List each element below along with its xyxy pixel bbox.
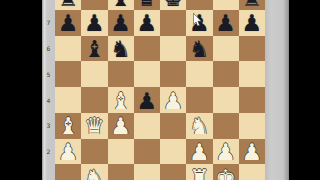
square-b4[interactable]	[81, 87, 107, 113]
square-d2[interactable]	[134, 139, 160, 165]
piece-white-bishop[interactable]: ♝	[58, 115, 79, 138]
piece-black-pawn[interactable]: ♟	[215, 12, 236, 35]
piece-white-bishop[interactable]: ♝	[110, 89, 131, 112]
square-g1[interactable]: ♚	[213, 164, 239, 180]
square-d1[interactable]	[134, 164, 160, 180]
square-e6[interactable]	[160, 36, 186, 62]
piece-black-knight[interactable]: ♞	[110, 38, 131, 61]
square-a5[interactable]	[55, 61, 81, 87]
square-e2[interactable]	[160, 139, 186, 165]
piece-black-rook[interactable]: ♜	[242, 0, 263, 9]
square-b8[interactable]	[81, 0, 107, 10]
square-b5[interactable]	[81, 61, 107, 87]
square-h6[interactable]	[239, 36, 265, 62]
piece-white-pawn[interactable]: ♟	[242, 141, 263, 164]
square-d6[interactable]	[134, 36, 160, 62]
piece-black-pawn[interactable]: ♟	[84, 12, 105, 35]
square-f3[interactable]: ♞	[186, 113, 212, 139]
chess-board[interactable]: ♜♝♛♚♜♟♟♟♟♟♟♟♝♞♞♝♟♟♝♛♟♞♟♟♟♟♞♜♚	[55, 0, 265, 180]
square-f7[interactable]: ♟	[186, 10, 212, 36]
square-g4[interactable]	[213, 87, 239, 113]
rank-label-3: 3	[42, 122, 55, 129]
square-h3[interactable]	[239, 113, 265, 139]
piece-white-pawn[interactable]: ♟	[58, 141, 79, 164]
square-a8[interactable]: ♜	[55, 0, 81, 10]
square-g7[interactable]: ♟	[213, 10, 239, 36]
rank-label-6: 6	[42, 45, 55, 52]
square-b6[interactable]: ♝	[81, 36, 107, 62]
square-b2[interactable]	[81, 139, 107, 165]
square-g3[interactable]	[213, 113, 239, 139]
piece-black-queen[interactable]: ♛	[137, 0, 158, 9]
square-h2[interactable]: ♟	[239, 139, 265, 165]
piece-black-pawn[interactable]: ♟	[189, 12, 210, 35]
rank-label-5: 5	[42, 71, 55, 78]
square-c2[interactable]	[108, 139, 134, 165]
piece-black-knight[interactable]: ♞	[189, 38, 210, 61]
piece-black-pawn[interactable]: ♟	[110, 12, 131, 35]
piece-black-bishop[interactable]: ♝	[110, 0, 131, 9]
square-b7[interactable]: ♟	[81, 10, 107, 36]
square-f1[interactable]: ♜	[186, 164, 212, 180]
rank-label-7: 7	[42, 19, 55, 26]
piece-white-king[interactable]: ♚	[215, 166, 236, 180]
square-d7[interactable]: ♟	[134, 10, 160, 36]
piece-white-pawn[interactable]: ♟	[215, 141, 236, 164]
piece-white-pawn[interactable]: ♟	[110, 115, 131, 138]
square-e3[interactable]	[160, 113, 186, 139]
square-c1[interactable]	[108, 164, 134, 180]
piece-black-rook[interactable]: ♜	[58, 0, 79, 9]
piece-white-rook[interactable]: ♜	[189, 166, 210, 180]
square-c7[interactable]: ♟	[108, 10, 134, 36]
piece-white-knight[interactable]: ♞	[189, 115, 210, 138]
square-g5[interactable]	[213, 61, 239, 87]
square-c5[interactable]	[108, 61, 134, 87]
square-b1[interactable]: ♞	[81, 164, 107, 180]
square-c8[interactable]: ♝	[108, 0, 134, 10]
square-a7[interactable]: ♟	[55, 10, 81, 36]
piece-white-queen[interactable]: ♛	[84, 115, 105, 138]
square-a1[interactable]	[55, 164, 81, 180]
square-d3[interactable]	[134, 113, 160, 139]
square-h5[interactable]	[239, 61, 265, 87]
square-g8[interactable]	[213, 0, 239, 10]
app-panel-right	[265, 0, 289, 180]
square-e5[interactable]	[160, 61, 186, 87]
piece-white-pawn[interactable]: ♟	[163, 89, 184, 112]
square-c6[interactable]: ♞	[108, 36, 134, 62]
square-e7[interactable]	[160, 10, 186, 36]
rank-label-2: 2	[42, 148, 55, 155]
square-a6[interactable]	[55, 36, 81, 62]
piece-white-pawn[interactable]: ♟	[189, 141, 210, 164]
piece-black-pawn[interactable]: ♟	[58, 12, 79, 35]
square-h7[interactable]: ♟	[239, 10, 265, 36]
square-c3[interactable]: ♟	[108, 113, 134, 139]
square-d5[interactable]	[134, 61, 160, 87]
piece-white-knight[interactable]: ♞	[84, 166, 105, 180]
square-g6[interactable]	[213, 36, 239, 62]
square-a3[interactable]: ♝	[55, 113, 81, 139]
square-f4[interactable]	[186, 87, 212, 113]
screenshot-stage: ♜♝♛♚♜♟♟♟♟♟♟♟♝♞♞♝♟♟♝♛♟♞♟♟♟♟♞♜♚ 765432	[0, 0, 320, 180]
piece-black-pawn[interactable]: ♟	[137, 89, 158, 112]
square-a4[interactable]	[55, 87, 81, 113]
square-c4[interactable]: ♝	[108, 87, 134, 113]
rank-label-4: 4	[42, 97, 55, 104]
square-e8[interactable]: ♚	[160, 0, 186, 10]
piece-black-king[interactable]: ♚	[163, 0, 184, 9]
square-h1[interactable]	[239, 164, 265, 180]
square-b3[interactable]: ♛	[81, 113, 107, 139]
square-e4[interactable]: ♟	[160, 87, 186, 113]
square-d8[interactable]: ♛	[134, 0, 160, 10]
square-g2[interactable]: ♟	[213, 139, 239, 165]
square-f8[interactable]	[186, 0, 212, 10]
square-e1[interactable]	[160, 164, 186, 180]
piece-black-pawn[interactable]: ♟	[242, 12, 263, 35]
square-f2[interactable]: ♟	[186, 139, 212, 165]
square-f6[interactable]: ♞	[186, 36, 212, 62]
square-d4[interactable]: ♟	[134, 87, 160, 113]
square-h4[interactable]	[239, 87, 265, 113]
square-a2[interactable]: ♟	[55, 139, 81, 165]
square-f5[interactable]	[186, 61, 212, 87]
piece-black-bishop[interactable]: ♝	[84, 38, 105, 61]
piece-black-pawn[interactable]: ♟	[137, 12, 158, 35]
square-h8[interactable]: ♜	[239, 0, 265, 10]
